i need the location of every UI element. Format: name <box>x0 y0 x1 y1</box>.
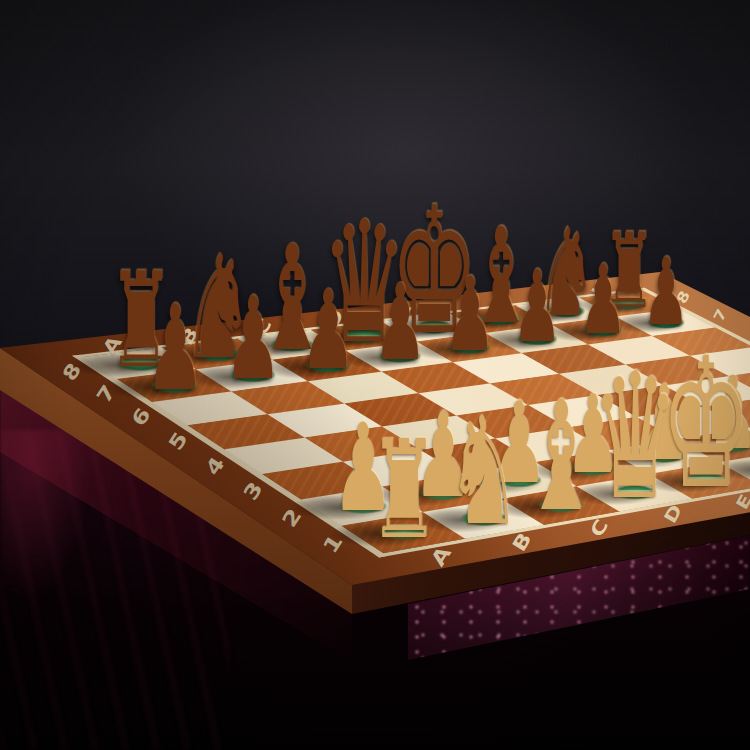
pawn-glyph: ♟ <box>300 277 356 386</box>
pawn-glyph: ♟ <box>444 264 496 366</box>
knight-glyph: ♞ <box>446 397 522 546</box>
pieces-layer: ♜♞♝♛♚♝♞♜♟♟♟♟♟♟♟♟♟♟♟♟♟♟♟♟♜♞♝♛♚♝♞♜ <box>0 0 750 750</box>
queen-glyph: ♛ <box>591 351 679 524</box>
pawn-glyph: ♟ <box>373 271 427 377</box>
pawn-glyph: ♟ <box>578 253 626 348</box>
bishop-glyph: ♝ <box>523 382 600 533</box>
pawn-glyph: ♟ <box>224 283 282 396</box>
pawn-glyph: ♟ <box>145 290 205 408</box>
scene: AABBCCDDEEFFGGHH8877665544332211 ♜♞♝♛♚♝♞… <box>0 0 750 750</box>
rook-glyph: ♜ <box>369 421 438 557</box>
pawn-glyph: ♟ <box>512 259 562 358</box>
